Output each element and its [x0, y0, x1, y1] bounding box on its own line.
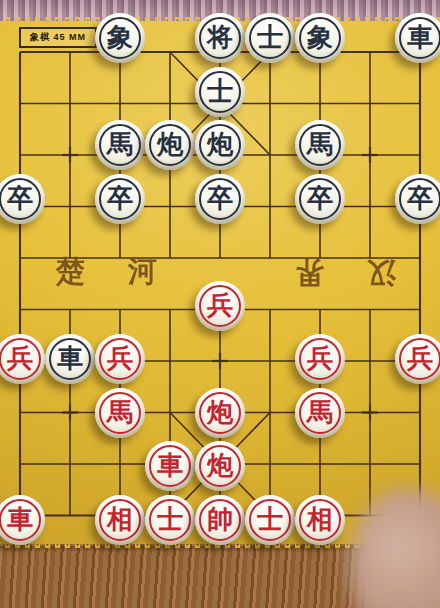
piece-ring: 士 — [249, 17, 291, 59]
piece-glyph: 相 — [307, 506, 333, 532]
piece-black-chariot[interactable]: 車 — [45, 334, 95, 384]
piece-ring: 炮 — [199, 392, 241, 434]
piece-ring: 士 — [149, 499, 191, 541]
piece-glyph: 馬 — [307, 131, 333, 157]
piece-glyph: 兵 — [407, 345, 433, 371]
piece-glyph: 馬 — [107, 399, 133, 425]
piece-ring: 象 — [299, 17, 341, 59]
piece-glyph: 兵 — [107, 345, 133, 371]
piece-ring: 将 — [199, 17, 241, 59]
piece-glyph: 車 — [7, 506, 33, 532]
piece-black-soldier[interactable]: 卒 — [95, 174, 145, 224]
piece-glyph: 炮 — [207, 399, 233, 425]
piece-red-soldier[interactable]: 兵 — [295, 334, 345, 384]
piece-ring: 兵 — [0, 338, 41, 380]
piece-glyph: 兵 — [307, 345, 333, 371]
piece-red-horse[interactable]: 馬 — [95, 388, 145, 438]
piece-glyph: 象 — [107, 24, 133, 50]
piece-black-advisor[interactable]: 士 — [195, 67, 245, 117]
piece-black-chariot[interactable]: 車 — [395, 13, 440, 63]
board-label: 象棋 45 MM — [19, 27, 97, 48]
piece-glyph: 相 — [107, 506, 133, 532]
piece-ring: 帥 — [199, 499, 241, 541]
piece-red-soldier[interactable]: 兵 — [195, 281, 245, 331]
piece-black-soldier[interactable]: 卒 — [0, 174, 45, 224]
piece-ring: 車 — [149, 445, 191, 487]
piece-ring: 兵 — [99, 338, 141, 380]
piece-ring: 相 — [299, 499, 341, 541]
piece-ring: 卒 — [99, 178, 141, 220]
piece-glyph: 士 — [257, 506, 283, 532]
piece-ring: 炮 — [199, 445, 241, 487]
photo-stage: 象棋 45 MM 楚河 汉界 象将士象車士馬炮炮馬卒卒卒卒卒車兵兵兵兵兵馬炮馬車… — [0, 0, 440, 608]
river-text-right: 汉界 — [278, 252, 396, 292]
piece-ring: 卒 — [0, 178, 41, 220]
piece-ring: 兵 — [299, 338, 341, 380]
piece-ring: 炮 — [199, 124, 241, 166]
piece-glyph: 卒 — [207, 185, 233, 211]
piece-red-cannon[interactable]: 炮 — [195, 441, 245, 491]
piece-glyph: 車 — [157, 452, 183, 478]
piece-ring: 士 — [199, 71, 241, 113]
piece-ring: 馬 — [99, 392, 141, 434]
piece-ring: 卒 — [399, 178, 440, 220]
piece-red-chariot[interactable]: 車 — [0, 495, 45, 545]
piece-ring: 馬 — [99, 124, 141, 166]
piece-glyph: 炮 — [157, 131, 183, 157]
piece-ring: 象 — [99, 17, 141, 59]
piece-red-advisor[interactable]: 士 — [145, 495, 195, 545]
piece-ring: 車 — [0, 499, 41, 541]
piece-red-elephant[interactable]: 相 — [295, 495, 345, 545]
piece-red-chariot[interactable]: 車 — [145, 441, 195, 491]
piece-glyph: 卒 — [107, 185, 133, 211]
piece-glyph: 炮 — [207, 131, 233, 157]
piece-black-cannon[interactable]: 炮 — [145, 120, 195, 170]
piece-black-elephant[interactable]: 象 — [295, 13, 345, 63]
piece-ring: 兵 — [399, 338, 440, 380]
piece-ring: 兵 — [199, 285, 241, 327]
river-text-left: 楚河 — [56, 252, 200, 292]
piece-glyph: 士 — [257, 24, 283, 50]
piece-glyph: 馬 — [107, 131, 133, 157]
piece-glyph: 車 — [57, 345, 83, 371]
piece-black-soldier[interactable]: 卒 — [295, 174, 345, 224]
piece-glyph: 車 — [407, 24, 433, 50]
piece-red-soldier[interactable]: 兵 — [395, 334, 440, 384]
piece-glyph: 兵 — [7, 345, 33, 371]
piece-red-elephant[interactable]: 相 — [95, 495, 145, 545]
piece-glyph: 卒 — [7, 185, 33, 211]
board-label-text: 象棋 45 MM — [30, 31, 86, 44]
piece-red-general[interactable]: 帥 — [195, 495, 245, 545]
piece-black-advisor[interactable]: 士 — [245, 13, 295, 63]
piece-glyph: 士 — [157, 506, 183, 532]
piece-glyph: 卒 — [407, 185, 433, 211]
piece-ring: 士 — [249, 499, 291, 541]
piece-glyph: 士 — [207, 78, 233, 104]
piece-glyph: 馬 — [307, 399, 333, 425]
piece-black-elephant[interactable]: 象 — [95, 13, 145, 63]
piece-ring: 車 — [399, 17, 440, 59]
piece-black-general[interactable]: 将 — [195, 13, 245, 63]
piece-ring: 馬 — [299, 124, 341, 166]
piece-black-horse[interactable]: 馬 — [295, 120, 345, 170]
piece-glyph: 将 — [207, 24, 233, 50]
piece-glyph: 卒 — [307, 185, 333, 211]
piece-ring: 卒 — [299, 178, 341, 220]
piece-red-advisor[interactable]: 士 — [245, 495, 295, 545]
piece-black-horse[interactable]: 馬 — [95, 120, 145, 170]
piece-red-horse[interactable]: 馬 — [295, 388, 345, 438]
piece-black-soldier[interactable]: 卒 — [195, 174, 245, 224]
piece-red-soldier[interactable]: 兵 — [95, 334, 145, 384]
piece-glyph: 象 — [307, 24, 333, 50]
piece-glyph: 兵 — [207, 292, 233, 318]
piece-glyph: 帥 — [207, 506, 233, 532]
piece-ring: 炮 — [149, 124, 191, 166]
piece-ring: 車 — [49, 338, 91, 380]
piece-black-cannon[interactable]: 炮 — [195, 120, 245, 170]
piece-ring: 卒 — [199, 178, 241, 220]
piece-glyph: 炮 — [207, 452, 233, 478]
piece-red-cannon[interactable]: 炮 — [195, 388, 245, 438]
piece-ring: 馬 — [299, 392, 341, 434]
piece-black-soldier[interactable]: 卒 — [395, 174, 440, 224]
piece-ring: 相 — [99, 499, 141, 541]
